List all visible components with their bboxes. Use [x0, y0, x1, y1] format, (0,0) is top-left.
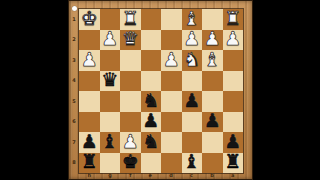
square-g4[interactable]: ♛	[100, 71, 121, 92]
rank-label: 8	[72, 160, 75, 165]
square-g7[interactable]: ♝	[100, 132, 121, 153]
square-a6[interactable]	[223, 112, 244, 133]
square-d4[interactable]	[161, 71, 182, 92]
square-e3[interactable]	[141, 50, 162, 71]
square-g5[interactable]	[100, 91, 121, 112]
square-f2[interactable]: ♛	[120, 30, 141, 51]
square-h8[interactable]: ♜	[79, 153, 100, 174]
square-c8[interactable]: ♝	[182, 153, 203, 174]
square-h2[interactable]	[79, 30, 100, 51]
white-pawn[interactable]: ♟	[122, 132, 139, 151]
file-label: b	[210, 173, 214, 178]
square-h1[interactable]: ♚	[79, 9, 100, 30]
square-d1[interactable]	[161, 9, 182, 30]
file-label: a	[231, 173, 234, 178]
square-g2[interactable]: ♟	[100, 30, 121, 51]
square-d6[interactable]	[161, 112, 182, 133]
rank-label: 4	[72, 78, 75, 83]
square-a4[interactable]	[223, 71, 244, 92]
black-rook[interactable]: ♜	[81, 153, 98, 172]
square-h3[interactable]: ♟	[79, 50, 100, 71]
square-b3[interactable]: ♝	[202, 50, 223, 71]
square-g6[interactable]	[100, 112, 121, 133]
square-h4[interactable]	[79, 71, 100, 92]
square-e7[interactable]: ♞	[141, 132, 162, 153]
square-d7[interactable]	[161, 132, 182, 153]
file-label: d	[169, 173, 173, 178]
square-a8[interactable]: ♜	[223, 153, 244, 174]
white-bishop[interactable]: ♝	[204, 50, 221, 69]
square-e4[interactable]	[141, 71, 162, 92]
square-a2[interactable]: ♟	[223, 30, 244, 51]
rank-labels: 12345678	[70, 9, 78, 173]
white-king[interactable]: ♚	[81, 9, 98, 28]
square-c2[interactable]: ♟	[182, 30, 203, 51]
square-f7[interactable]: ♟	[120, 132, 141, 153]
square-f3[interactable]	[120, 50, 141, 71]
square-d5[interactable]	[161, 91, 182, 112]
square-e6[interactable]: ♟	[141, 112, 162, 133]
square-h7[interactable]: ♟	[79, 132, 100, 153]
file-label: e	[149, 173, 152, 178]
square-e2[interactable]	[141, 30, 162, 51]
file-labels: hgfedcba	[79, 172, 243, 179]
square-c4[interactable]	[182, 71, 203, 92]
rank-label: 5	[72, 99, 75, 104]
square-e5[interactable]: ♞	[141, 91, 162, 112]
white-pawn[interactable]: ♟	[163, 50, 180, 69]
black-knight[interactable]: ♞	[142, 132, 159, 151]
square-g1[interactable]	[100, 9, 121, 30]
square-a3[interactable]	[223, 50, 244, 71]
black-bishop[interactable]: ♝	[183, 153, 200, 172]
square-f4[interactable]	[120, 71, 141, 92]
rank-label: 2	[72, 37, 75, 42]
square-g8[interactable]	[100, 153, 121, 174]
square-f8[interactable]: ♚	[120, 153, 141, 174]
black-pawn[interactable]: ♟	[204, 112, 221, 131]
square-d8[interactable]	[161, 153, 182, 174]
black-bishop[interactable]: ♝	[101, 132, 118, 151]
square-b5[interactable]	[202, 91, 223, 112]
rank-label: 7	[72, 140, 75, 145]
white-pawn[interactable]: ♟	[183, 30, 200, 49]
square-b6[interactable]: ♟	[202, 112, 223, 133]
chess-board: 12345678 ♚♜♝♜♟♛♟♟♟♟♟♞♝♛♞♟♟♟♟♝♟♞♟♜♚♝♜ hgf…	[68, 0, 253, 180]
square-f5[interactable]	[120, 91, 141, 112]
square-e8[interactable]	[141, 153, 162, 174]
square-a1[interactable]: ♜	[223, 9, 244, 30]
square-f6[interactable]	[120, 112, 141, 133]
square-b2[interactable]: ♟	[202, 30, 223, 51]
square-c1[interactable]: ♝	[182, 9, 203, 30]
square-h6[interactable]	[79, 112, 100, 133]
rank-label: 1	[72, 17, 75, 22]
black-king[interactable]: ♚	[122, 153, 139, 172]
square-b1[interactable]	[202, 9, 223, 30]
white-bishop[interactable]: ♝	[183, 9, 200, 28]
black-pawn[interactable]: ♟	[183, 91, 200, 110]
white-pawn[interactable]: ♟	[204, 30, 221, 49]
black-pawn[interactable]: ♟	[81, 132, 98, 151]
square-h5[interactable]	[79, 91, 100, 112]
square-e1[interactable]	[141, 9, 162, 30]
square-b7[interactable]	[202, 132, 223, 153]
file-label: f	[129, 173, 131, 178]
square-c7[interactable]	[182, 132, 203, 153]
square-b4[interactable]	[202, 71, 223, 92]
white-queen[interactable]: ♛	[122, 30, 139, 49]
rank-label: 3	[72, 58, 75, 63]
square-d2[interactable]	[161, 30, 182, 51]
square-d3[interactable]: ♟	[161, 50, 182, 71]
file-label: g	[108, 173, 112, 178]
white-rook[interactable]: ♜	[224, 9, 241, 28]
white-pawn[interactable]: ♟	[81, 50, 98, 69]
black-pawn[interactable]: ♟	[142, 112, 159, 131]
black-queen[interactable]: ♛	[101, 71, 118, 90]
rank-label: 6	[72, 119, 75, 124]
square-c5[interactable]: ♟	[182, 91, 203, 112]
square-f1[interactable]: ♜	[120, 9, 141, 30]
white-knight[interactable]: ♞	[183, 50, 200, 69]
square-a7[interactable]: ♟	[223, 132, 244, 153]
letterboxed-video-frame: 12345678 ♚♜♝♜♟♛♟♟♟♟♟♞♝♛♞♟♟♟♟♝♟♞♟♜♚♝♜ hgf…	[0, 0, 320, 180]
black-pawn[interactable]: ♟	[224, 132, 241, 151]
black-knight[interactable]: ♞	[142, 91, 159, 110]
black-rook[interactable]: ♜	[224, 153, 241, 172]
square-a5[interactable]	[223, 91, 244, 112]
square-c6[interactable]	[182, 112, 203, 133]
square-b8[interactable]	[202, 153, 223, 174]
square-c3[interactable]: ♞	[182, 50, 203, 71]
square-g3[interactable]	[100, 50, 121, 71]
white-pawn[interactable]: ♟	[224, 30, 241, 49]
board-squares: ♚♜♝♜♟♛♟♟♟♟♟♞♝♛♞♟♟♟♟♝♟♞♟♜♚♝♜	[79, 9, 243, 173]
file-label: h	[88, 173, 92, 178]
file-label: c	[190, 173, 193, 178]
white-pawn[interactable]: ♟	[101, 30, 118, 49]
white-rook[interactable]: ♜	[122, 9, 139, 28]
